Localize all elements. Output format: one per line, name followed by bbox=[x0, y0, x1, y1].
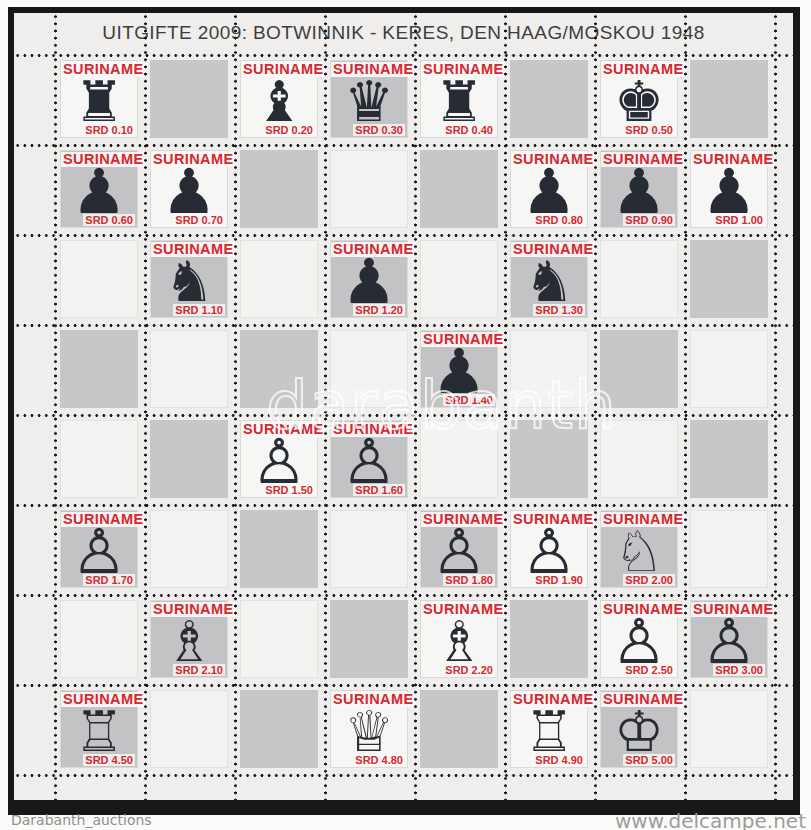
square-e2: SURINAME♗SRD 2.20 bbox=[415, 595, 505, 685]
square-d4: SURINAME♙SRD 1.60 bbox=[325, 415, 415, 505]
white-pawn-icon: ♙ bbox=[421, 522, 497, 582]
square-e1 bbox=[415, 685, 505, 775]
square-f8 bbox=[505, 55, 595, 145]
square-c3 bbox=[235, 505, 325, 595]
square-e4 bbox=[415, 415, 505, 505]
square-a8: SURINAME♜SRD 0.10 bbox=[55, 55, 145, 145]
blank-dark-square bbox=[240, 330, 318, 408]
square-d5 bbox=[325, 325, 415, 415]
stamp-g3: SURINAME♘SRD 2.00 bbox=[600, 510, 678, 588]
square-e8: SURINAME♜SRD 0.40 bbox=[415, 55, 505, 145]
square-b7: SURINAME♟SRD 0.70 bbox=[145, 145, 235, 235]
blank-light-square bbox=[600, 420, 678, 498]
sheet-title: UITGIFTE 2009: BOTWINNIK - KERES, DEN HA… bbox=[14, 22, 793, 44]
square-f7: SURINAME♟SRD 0.80 bbox=[505, 145, 595, 235]
stamp-c8: SURINAME♝SRD 0.20 bbox=[240, 60, 318, 138]
denomination: SRD 1.80 bbox=[443, 574, 495, 586]
blank-light-square bbox=[60, 240, 138, 318]
denomination: SRD 0.60 bbox=[83, 214, 135, 226]
square-c5 bbox=[235, 325, 325, 415]
blank-dark-square bbox=[690, 240, 768, 318]
square-b6: SURINAME♞SRD 1.10 bbox=[145, 235, 235, 325]
black-pawn-icon: ♟ bbox=[691, 162, 767, 222]
blank-dark-square bbox=[240, 150, 318, 228]
square-a4 bbox=[55, 415, 145, 505]
square-g6 bbox=[595, 235, 685, 325]
stamp-g2: SURINAME♙SRD 2.50 bbox=[600, 600, 678, 678]
denomination: SRD 4.80 bbox=[353, 754, 405, 766]
square-h7: SURINAME♟SRD 1.00 bbox=[685, 145, 775, 235]
blank-dark-square bbox=[420, 150, 498, 228]
square-h8 bbox=[685, 55, 775, 145]
blank-dark-square bbox=[150, 420, 228, 498]
stamp-a1: SURINAME♖SRD 4.50 bbox=[60, 690, 138, 768]
perforation-row bbox=[14, 502, 793, 509]
square-d7 bbox=[325, 145, 415, 235]
stamp-f7: SURINAME♟SRD 0.80 bbox=[510, 150, 588, 228]
blank-light-square bbox=[150, 330, 228, 408]
denomination: SRD 2.20 bbox=[443, 664, 495, 676]
perforation-row bbox=[14, 592, 793, 599]
square-g5 bbox=[595, 325, 685, 415]
square-e5: SURINAME♟SRD 1.40 bbox=[415, 325, 505, 415]
black-pawn-icon: ♟ bbox=[331, 252, 407, 312]
blank-dark-square bbox=[510, 600, 588, 678]
denomination: SRD 1.10 bbox=[173, 304, 225, 316]
white-bishop-icon: ♗ bbox=[151, 612, 227, 672]
stamp-g7: SURINAME♟SRD 0.90 bbox=[600, 150, 678, 228]
square-h1 bbox=[685, 685, 775, 775]
black-pawn-icon: ♟ bbox=[421, 342, 497, 402]
black-pawn-icon: ♟ bbox=[601, 162, 677, 222]
blank-light-square bbox=[690, 690, 768, 768]
black-queen-icon: ♛ bbox=[331, 72, 407, 132]
square-d3 bbox=[325, 505, 415, 595]
square-a6 bbox=[55, 235, 145, 325]
footer-right-text: www.delcampe.net bbox=[615, 809, 806, 830]
denomination: SRD 5.00 bbox=[623, 754, 675, 766]
square-f4 bbox=[505, 415, 595, 505]
perforation-row bbox=[14, 142, 793, 149]
square-f3: SURINAME♙SRD 1.90 bbox=[505, 505, 595, 595]
blank-dark-square bbox=[510, 60, 588, 138]
square-b1 bbox=[145, 685, 235, 775]
stamp-e5: SURINAME♟SRD 1.40 bbox=[420, 330, 498, 408]
square-f1: SURINAME♖SRD 4.90 bbox=[505, 685, 595, 775]
perforation-column bbox=[772, 13, 779, 800]
square-f6: SURINAME♞SRD 1.30 bbox=[505, 235, 595, 325]
square-h2: SURINAME♙SRD 3.00 bbox=[685, 595, 775, 685]
blank-dark-square bbox=[690, 60, 768, 138]
denomination: SRD 1.00 bbox=[713, 214, 765, 226]
blank-light-square bbox=[60, 420, 138, 498]
denomination: SRD 0.50 bbox=[623, 124, 675, 136]
perforation-row bbox=[14, 232, 793, 239]
stamp-a7: SURINAME♟SRD 0.60 bbox=[60, 150, 138, 228]
stamp-sheet-paper: UITGIFTE 2009: BOTWINNIK - KERES, DEN HA… bbox=[14, 13, 793, 800]
square-f2 bbox=[505, 595, 595, 685]
square-g2: SURINAME♙SRD 2.50 bbox=[595, 595, 685, 685]
blank-light-square bbox=[240, 240, 318, 318]
square-g4 bbox=[595, 415, 685, 505]
denomination: SRD 3.00 bbox=[713, 664, 765, 676]
stamp-b2: SURINAME♗SRD 2.10 bbox=[150, 600, 228, 678]
black-rook-icon: ♜ bbox=[421, 72, 497, 132]
white-knight-icon: ♘ bbox=[601, 522, 677, 582]
stamp-a8: SURINAME♜SRD 0.10 bbox=[60, 60, 138, 138]
blank-dark-square bbox=[420, 690, 498, 768]
denomination: SRD 0.20 bbox=[263, 124, 315, 136]
black-knight-icon: ♞ bbox=[511, 252, 587, 312]
blank-dark-square bbox=[240, 690, 318, 768]
blank-light-square bbox=[330, 330, 408, 408]
square-c7 bbox=[235, 145, 325, 235]
perforation-row bbox=[14, 52, 793, 59]
blank-light-square bbox=[330, 150, 408, 228]
perforation-row bbox=[14, 772, 793, 779]
black-rook-icon: ♜ bbox=[61, 72, 137, 132]
square-c1 bbox=[235, 685, 325, 775]
denomination: SRD 1.30 bbox=[533, 304, 585, 316]
stamp-a3: SURINAME♙SRD 1.70 bbox=[60, 510, 138, 588]
square-d8: SURINAME♛SRD 0.30 bbox=[325, 55, 415, 145]
denomination: SRD 1.40 bbox=[443, 394, 495, 406]
blank-dark-square bbox=[150, 60, 228, 138]
black-knight-icon: ♞ bbox=[151, 252, 227, 312]
denomination: SRD 1.50 bbox=[263, 484, 315, 496]
blank-light-square bbox=[600, 240, 678, 318]
square-b3 bbox=[145, 505, 235, 595]
blank-light-square bbox=[240, 600, 318, 678]
stamp-f1: SURINAME♖SRD 4.90 bbox=[510, 690, 588, 768]
black-bishop-icon: ♝ bbox=[241, 72, 317, 132]
white-pawn-icon: ♙ bbox=[691, 612, 767, 672]
white-pawn-icon: ♙ bbox=[331, 432, 407, 492]
stamp-sheet-scan: UITGIFTE 2009: BOTWINNIK - KERES, DEN HA… bbox=[0, 0, 811, 830]
denomination: SRD 1.20 bbox=[353, 304, 405, 316]
blank-light-square bbox=[690, 510, 768, 588]
blank-light-square bbox=[150, 510, 228, 588]
blank-light-square bbox=[150, 690, 228, 768]
perforation-row bbox=[14, 412, 793, 419]
square-e6 bbox=[415, 235, 505, 325]
square-b2: SURINAME♗SRD 2.10 bbox=[145, 595, 235, 685]
white-queen-icon: ♕ bbox=[331, 702, 407, 762]
square-a2 bbox=[55, 595, 145, 685]
stamp-f6: SURINAME♞SRD 1.30 bbox=[510, 240, 588, 318]
blank-light-square bbox=[510, 330, 588, 408]
blank-dark-square bbox=[330, 600, 408, 678]
black-pawn-icon: ♟ bbox=[61, 162, 137, 222]
blank-dark-square bbox=[60, 330, 138, 408]
square-g1: SURINAME♔SRD 5.00 bbox=[595, 685, 685, 775]
square-d6: SURINAME♟SRD 1.20 bbox=[325, 235, 415, 325]
blank-dark-square bbox=[690, 420, 768, 498]
black-pawn-icon: ♟ bbox=[511, 162, 587, 222]
stamp-b6: SURINAME♞SRD 1.10 bbox=[150, 240, 228, 318]
square-b8 bbox=[145, 55, 235, 145]
square-h5 bbox=[685, 325, 775, 415]
blank-light-square bbox=[420, 240, 498, 318]
black-pawn-icon: ♟ bbox=[151, 162, 227, 222]
square-a1: SURINAME♖SRD 4.50 bbox=[55, 685, 145, 775]
denomination: SRD 1.60 bbox=[353, 484, 405, 496]
stamp-d4: SURINAME♙SRD 1.60 bbox=[330, 420, 408, 498]
square-g7: SURINAME♟SRD 0.90 bbox=[595, 145, 685, 235]
stamp-e2: SURINAME♗SRD 2.20 bbox=[420, 600, 498, 678]
denomination: SRD 0.40 bbox=[443, 124, 495, 136]
square-c6 bbox=[235, 235, 325, 325]
square-a5 bbox=[55, 325, 145, 415]
denomination: SRD 2.00 bbox=[623, 574, 675, 586]
square-a7: SURINAME♟SRD 0.60 bbox=[55, 145, 145, 235]
white-pawn-icon: ♙ bbox=[241, 432, 317, 492]
black-king-icon: ♚ bbox=[601, 72, 677, 132]
denomination: SRD 0.80 bbox=[533, 214, 585, 226]
white-pawn-icon: ♙ bbox=[601, 612, 677, 672]
square-d2 bbox=[325, 595, 415, 685]
square-f5 bbox=[505, 325, 595, 415]
blank-light-square bbox=[420, 420, 498, 498]
white-bishop-icon: ♗ bbox=[421, 612, 497, 672]
stamp-g1: SURINAME♔SRD 5.00 bbox=[600, 690, 678, 768]
blank-dark-square bbox=[240, 510, 318, 588]
white-pawn-icon: ♙ bbox=[61, 522, 137, 582]
white-pawn-icon: ♙ bbox=[511, 522, 587, 582]
square-e3: SURINAME♙SRD 1.80 bbox=[415, 505, 505, 595]
square-h6 bbox=[685, 235, 775, 325]
blank-light-square bbox=[330, 510, 408, 588]
stamp-d6: SURINAME♟SRD 1.20 bbox=[330, 240, 408, 318]
white-rook-icon: ♖ bbox=[511, 702, 587, 762]
stamp-d8: SURINAME♛SRD 0.30 bbox=[330, 60, 408, 138]
square-c8: SURINAME♝SRD 0.20 bbox=[235, 55, 325, 145]
square-b4 bbox=[145, 415, 235, 505]
denomination: SRD 0.70 bbox=[173, 214, 225, 226]
denomination: SRD 2.50 bbox=[623, 664, 675, 676]
stamp-b7: SURINAME♟SRD 0.70 bbox=[150, 150, 228, 228]
square-c4: SURINAME♙SRD 1.50 bbox=[235, 415, 325, 505]
denomination: SRD 0.10 bbox=[83, 124, 135, 136]
stamp-h7: SURINAME♟SRD 1.00 bbox=[690, 150, 768, 228]
blank-dark-square bbox=[600, 330, 678, 408]
white-king-icon: ♔ bbox=[601, 702, 677, 762]
white-rook-icon: ♖ bbox=[61, 702, 137, 762]
denomination: SRD 4.50 bbox=[83, 754, 135, 766]
denomination: SRD 4.90 bbox=[533, 754, 585, 766]
square-e7 bbox=[415, 145, 505, 235]
square-h4 bbox=[685, 415, 775, 505]
denomination: SRD 0.90 bbox=[623, 214, 675, 226]
stamp-g8: SURINAME♚SRD 0.50 bbox=[600, 60, 678, 138]
square-g3: SURINAME♘SRD 2.00 bbox=[595, 505, 685, 595]
square-a3: SURINAME♙SRD 1.70 bbox=[55, 505, 145, 595]
stamp-c4: SURINAME♙SRD 1.50 bbox=[240, 420, 318, 498]
stamp-h2: SURINAME♙SRD 3.00 bbox=[690, 600, 768, 678]
stamp-d1: SURINAME♕SRD 4.80 bbox=[330, 690, 408, 768]
denomination: SRD 1.70 bbox=[83, 574, 135, 586]
blank-dark-square bbox=[510, 420, 588, 498]
perforation-row bbox=[14, 682, 793, 689]
stamp-e8: SURINAME♜SRD 0.40 bbox=[420, 60, 498, 138]
blank-light-square bbox=[60, 600, 138, 678]
denomination: SRD 0.30 bbox=[353, 124, 405, 136]
perforation-row bbox=[14, 322, 793, 329]
square-h3 bbox=[685, 505, 775, 595]
square-g8: SURINAME♚SRD 0.50 bbox=[595, 55, 685, 145]
square-c2 bbox=[235, 595, 325, 685]
footer-left-text: Darabanth_auctions bbox=[11, 812, 152, 828]
blank-light-square bbox=[690, 330, 768, 408]
stamp-f3: SURINAME♙SRD 1.90 bbox=[510, 510, 588, 588]
denomination: SRD 1.90 bbox=[533, 574, 585, 586]
square-d1: SURINAME♕SRD 4.80 bbox=[325, 685, 415, 775]
stamp-e3: SURINAME♙SRD 1.80 bbox=[420, 510, 498, 588]
denomination: SRD 2.10 bbox=[173, 664, 225, 676]
square-b5 bbox=[145, 325, 235, 415]
